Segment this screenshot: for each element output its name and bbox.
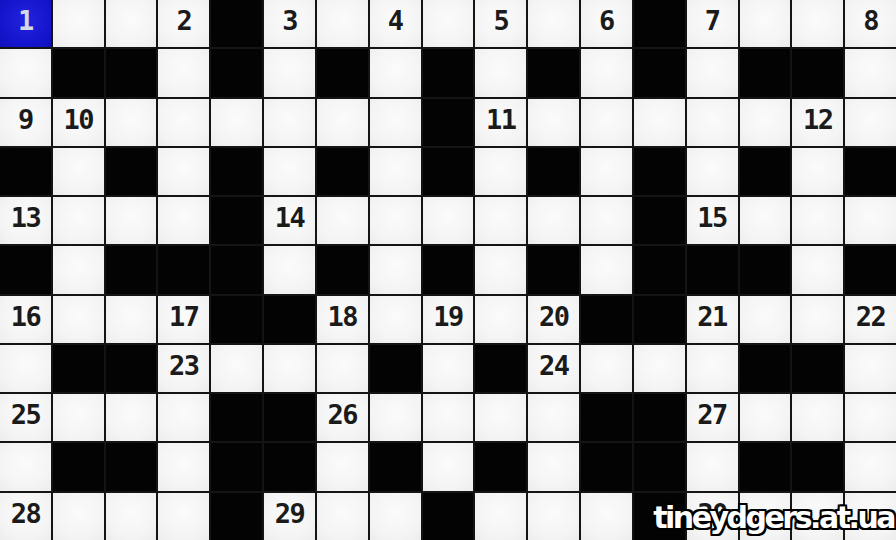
cell-r4c9-black [423,148,474,195]
cell-r3c14[interactable] [687,99,738,146]
cell-r10c4[interactable] [158,443,209,490]
cell-r2c1[interactable] [0,49,51,96]
cell-r3c16[interactable]: 12 [792,99,843,146]
cell-r8c6[interactable] [264,345,315,392]
cell-r3c7[interactable] [317,99,368,146]
cell-r8c8-black [370,345,421,392]
cell-r4c3-black [106,148,157,195]
cell-r1c7[interactable] [317,0,368,47]
cell-r9c12-black [581,394,632,441]
cell-r11c4[interactable] [158,493,209,540]
cell-r8c12[interactable] [581,345,632,392]
cell-r10c5-black [211,443,262,490]
cell-r8c15-black [740,345,791,392]
cell-r9c3[interactable] [106,394,157,441]
cell-r6c15-black [740,246,791,293]
cell-r11c13-black [634,493,685,540]
cell-r11c12[interactable] [581,493,632,540]
cell-r10c9[interactable] [423,443,474,490]
cell-r3c12[interactable] [581,99,632,146]
cell-r8c16-black [792,345,843,392]
cell-r2c9-black [423,49,474,96]
cell-r11c14[interactable]: 30 [687,493,738,540]
cell-r4c15-black [740,148,791,195]
cell-r10c6-black [264,443,315,490]
cell-r11c1[interactable]: 28 [0,493,51,540]
cell-r2c10[interactable] [475,49,526,96]
cell-r10c16-black [792,443,843,490]
cell-r9c14[interactable]: 27 [687,394,738,441]
cell-r6c1-black [0,246,51,293]
cell-r3c6[interactable] [264,99,315,146]
cell-r4c12[interactable] [581,148,632,195]
cell-r5c7[interactable] [317,197,368,244]
cell-r3c10[interactable]: 11 [475,99,526,146]
cell-r1c1[interactable]: 1 [0,0,51,47]
clue-number-7: 7 [705,7,720,34]
cell-r1c15[interactable] [740,0,791,47]
cell-r7c17[interactable]: 22 [845,296,896,343]
cell-r3c11[interactable] [528,99,579,146]
clue-number-22: 22 [856,303,886,330]
cell-r4c8[interactable] [370,148,421,195]
cell-r10c12-black [581,443,632,490]
cell-r7c5-black [211,296,262,343]
cell-r10c13-black [634,443,685,490]
cell-r1c2[interactable] [53,0,104,47]
cell-r4c11-black [528,148,579,195]
clue-number-2: 2 [176,7,191,34]
cell-r1c3[interactable] [106,0,157,47]
cell-r6c16[interactable] [792,246,843,293]
cell-r10c11[interactable] [528,443,579,490]
cell-r5c9[interactable] [423,197,474,244]
cell-r9c16[interactable] [792,394,843,441]
clue-number-9: 9 [18,106,33,133]
cell-r2c15-black [740,49,791,96]
cell-r10c14[interactable] [687,443,738,490]
cell-r9c17[interactable] [845,394,896,441]
cell-r1c6[interactable]: 3 [264,0,315,47]
cell-r9c9[interactable] [423,394,474,441]
cell-r7c8[interactable] [370,296,421,343]
cell-r1c12[interactable]: 6 [581,0,632,47]
cell-r5c6[interactable]: 14 [264,197,315,244]
cell-r1c11[interactable] [528,0,579,47]
crossword-puzzle: 1234567891011121314151617181920212223242… [0,0,896,540]
cell-r8c14[interactable] [687,345,738,392]
cell-r2c12[interactable] [581,49,632,96]
clue-number-25: 25 [11,401,41,428]
cell-r4c5-black [211,148,262,195]
cell-r11c16[interactable] [792,493,843,540]
cell-r1c5-black [211,0,262,47]
cell-r2c7-black [317,49,368,96]
cell-r9c15[interactable] [740,394,791,441]
cell-r9c10[interactable] [475,394,526,441]
cell-r6c17-black [845,246,896,293]
cell-r2c14[interactable] [687,49,738,96]
cell-r3c3[interactable] [106,99,157,146]
cell-r10c1[interactable] [0,443,51,490]
cell-r2c4[interactable] [158,49,209,96]
cell-r9c1[interactable]: 25 [0,394,51,441]
cell-r11c10[interactable] [475,493,526,540]
clue-number-4: 4 [388,7,403,34]
cell-r6c10[interactable] [475,246,526,293]
cell-r5c16[interactable] [792,197,843,244]
clue-number-29: 29 [275,500,305,527]
cell-r10c8-black [370,443,421,490]
clue-number-13: 13 [11,204,41,231]
cell-r2c11-black [528,49,579,96]
cell-r1c9[interactable] [423,0,474,47]
clue-number-18: 18 [328,303,358,330]
cell-r9c11[interactable] [528,394,579,441]
cell-r5c15[interactable] [740,197,791,244]
cell-r9c4[interactable] [158,394,209,441]
clue-number-17: 17 [169,303,199,330]
clue-number-24: 24 [539,352,569,379]
cell-r11c3[interactable] [106,493,157,540]
cell-r8c1[interactable] [0,345,51,392]
cell-r5c13-black [634,197,685,244]
cell-r6c2[interactable] [53,246,104,293]
cell-r3c15[interactable] [740,99,791,146]
cell-r3c17[interactable] [845,99,896,146]
cell-r7c2[interactable] [53,296,104,343]
cell-r9c2[interactable] [53,394,104,441]
cell-r4c16[interactable] [792,148,843,195]
clue-number-19: 19 [433,303,463,330]
clue-number-14: 14 [275,204,305,231]
cell-r10c10-black [475,443,526,490]
cell-r6c9-black [423,246,474,293]
cell-r11c6[interactable]: 29 [264,493,315,540]
cell-r4c10[interactable] [475,148,526,195]
cell-r7c3[interactable] [106,296,157,343]
cell-r2c13-black [634,49,685,96]
cell-r7c16[interactable] [792,296,843,343]
cell-r6c6[interactable] [264,246,315,293]
cell-r3c9-black [423,99,474,146]
cell-r11c5-black [211,493,262,540]
cell-r10c15-black [740,443,791,490]
cell-r4c14[interactable] [687,148,738,195]
clue-number-1: 1 [18,7,33,34]
cell-r5c2[interactable] [53,197,104,244]
cell-r3c2[interactable]: 10 [53,99,104,146]
cell-r7c14[interactable]: 21 [687,296,738,343]
cell-r9c5-black [211,394,262,441]
cell-r6c3-black [106,246,157,293]
cell-r10c17[interactable] [845,443,896,490]
cell-r1c14[interactable]: 7 [687,0,738,47]
cell-r7c4[interactable]: 17 [158,296,209,343]
clue-number-8: 8 [863,7,878,34]
cell-r3c13[interactable] [634,99,685,146]
cell-r7c9[interactable]: 19 [423,296,474,343]
cell-r11c9-black [423,493,474,540]
cell-r11c11[interactable] [528,493,579,540]
cell-r2c6[interactable] [264,49,315,96]
cell-r9c6-black [264,394,315,441]
cell-r7c6-black [264,296,315,343]
cell-r1c16[interactable] [792,0,843,47]
cell-r10c2-black [53,443,104,490]
cell-r5c5-black [211,197,262,244]
cell-r7c15[interactable] [740,296,791,343]
clue-number-28: 28 [11,500,41,527]
clue-number-26: 26 [328,401,358,428]
clue-number-12: 12 [803,106,833,133]
cell-r10c3-black [106,443,157,490]
cell-r8c7[interactable] [317,345,368,392]
cell-r1c8[interactable]: 4 [370,0,421,47]
cell-r4c4[interactable] [158,148,209,195]
cell-r3c1[interactable]: 9 [0,99,51,146]
clue-number-11: 11 [486,106,516,133]
cell-r5c11[interactable] [528,197,579,244]
cell-r4c2[interactable] [53,148,104,195]
cell-r11c7[interactable] [317,493,368,540]
cell-r8c2-black [53,345,104,392]
cell-r9c7[interactable]: 26 [317,394,368,441]
cell-r6c12[interactable] [581,246,632,293]
cell-r8c5[interactable] [211,345,262,392]
cell-r8c3-black [106,345,157,392]
cell-r1c4[interactable]: 2 [158,0,209,47]
cell-r6c7-black [317,246,368,293]
cell-r4c1-black [0,148,51,195]
cell-r9c8[interactable] [370,394,421,441]
clue-number-3: 3 [282,7,297,34]
cell-r3c8[interactable] [370,99,421,146]
cell-r8c11[interactable]: 24 [528,345,579,392]
cell-r11c15[interactable] [740,493,791,540]
cell-r5c3[interactable] [106,197,157,244]
cell-r8c4[interactable]: 23 [158,345,209,392]
crossword-board: 1234567891011121314151617181920212223242… [0,0,896,540]
cell-r8c9[interactable] [423,345,474,392]
cell-r6c14-black [687,246,738,293]
cell-r2c3-black [106,49,157,96]
cell-r2c5-black [211,49,262,96]
cell-r4c6[interactable] [264,148,315,195]
cell-r2c8[interactable] [370,49,421,96]
cell-r4c17-black [845,148,896,195]
clue-number-27: 27 [697,401,727,428]
cell-r6c5-black [211,246,262,293]
cell-r11c8[interactable] [370,493,421,540]
cell-r7c1[interactable]: 16 [0,296,51,343]
cell-r5c4[interactable] [158,197,209,244]
cell-r5c1[interactable]: 13 [0,197,51,244]
cell-r6c8[interactable] [370,246,421,293]
clue-number-23: 23 [169,352,199,379]
cell-r3c5[interactable] [211,99,262,146]
cell-r4c13-black [634,148,685,195]
cell-r6c4-black [158,246,209,293]
cell-r7c12-black [581,296,632,343]
cell-r7c10[interactable] [475,296,526,343]
cell-r2c16-black [792,49,843,96]
clue-number-30: 30 [697,500,727,527]
cell-r5c14[interactable]: 15 [687,197,738,244]
cell-r2c17[interactable] [845,49,896,96]
cell-r1c13-black [634,0,685,47]
cell-r9c13-black [634,394,685,441]
cell-r5c8[interactable] [370,197,421,244]
cell-r2c2-black [53,49,104,96]
cell-r3c4[interactable] [158,99,209,146]
clue-number-5: 5 [493,7,508,34]
cell-r8c17[interactable] [845,345,896,392]
cell-r1c10[interactable]: 5 [475,0,526,47]
clue-number-10: 10 [63,106,93,133]
clue-number-6: 6 [599,7,614,34]
clue-number-21: 21 [697,303,727,330]
cell-r5c12[interactable] [581,197,632,244]
cell-r8c10-black [475,345,526,392]
cell-r7c11[interactable]: 20 [528,296,579,343]
cell-r1c17[interactable]: 8 [845,0,896,47]
cell-r11c2[interactable] [53,493,104,540]
clue-number-15: 15 [697,204,727,231]
clue-number-16: 16 [11,303,41,330]
cell-r11c17[interactable] [845,493,896,540]
clue-number-20: 20 [539,303,569,330]
cell-r7c7[interactable]: 18 [317,296,368,343]
cell-r5c10[interactable] [475,197,526,244]
cell-r6c13-black [634,246,685,293]
cell-r7c13-black [634,296,685,343]
cell-r4c7-black [317,148,368,195]
cell-r6c11-black [528,246,579,293]
cell-r8c13[interactable] [634,345,685,392]
cell-r10c7[interactable] [317,443,368,490]
cell-r5c17[interactable] [845,197,896,244]
